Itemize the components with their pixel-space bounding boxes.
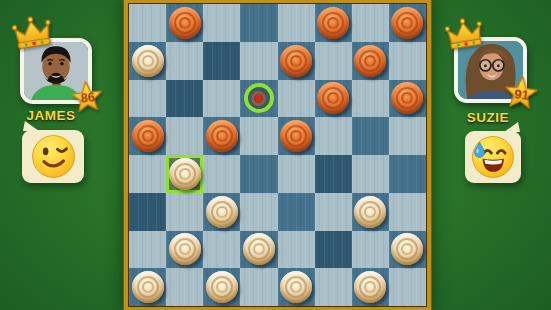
square-r4c3[interactable] [240,155,277,193]
square-r1c1[interactable] [166,42,203,80]
white-piece[interactable] [243,233,275,265]
crown-icon [441,14,489,54]
wink-emoji-icon [31,134,76,179]
white-piece[interactable] [169,158,201,190]
square-r7c5[interactable] [315,268,352,306]
square-r7c7[interactable] [389,268,426,306]
white-piece[interactable] [354,196,386,228]
square-r7c3[interactable] [240,268,277,306]
square-r6c1[interactable] [166,231,203,269]
sweat-smile-emoji-icon [471,135,515,179]
board-grid [128,3,427,307]
square-r0c5[interactable] [315,4,352,42]
square-r5c3[interactable] [240,193,277,231]
game-screen: 86 JAMES [0,0,551,310]
square-r4c5[interactable] [315,155,352,193]
square-r3c7[interactable] [389,117,426,155]
square-r5c5[interactable] [315,193,352,231]
orange-piece[interactable] [391,82,423,114]
square-r1c4[interactable] [278,42,315,80]
square-r0c1[interactable] [166,4,203,42]
square-r0c2[interactable] [203,4,240,42]
emote-bubble-right [465,131,521,183]
white-piece[interactable] [206,271,238,303]
square-r6c2[interactable] [203,231,240,269]
square-r0c0[interactable] [129,4,166,42]
square-r5c2[interactable] [203,193,240,231]
orange-piece[interactable] [280,120,312,152]
white-piece[interactable] [206,196,238,228]
square-r1c3[interactable] [240,42,277,80]
rating-value: 86 [80,91,95,106]
rating-star-badge: 91 [500,72,542,114]
square-r1c7[interactable] [389,42,426,80]
square-r2c1[interactable] [166,80,203,118]
crown-icon [7,12,57,55]
square-r1c2[interactable] [203,42,240,80]
rating-value: 91 [514,86,531,103]
square-r3c3[interactable] [240,117,277,155]
square-r3c2[interactable] [203,117,240,155]
square-r5c4[interactable] [278,193,315,231]
square-r7c1[interactable] [166,268,203,306]
square-r0c4[interactable] [278,4,315,42]
orange-piece[interactable] [391,7,423,39]
square-r7c4[interactable] [278,268,315,306]
square-r4c4[interactable] [278,155,315,193]
square-r6c6[interactable] [352,231,389,269]
square-r6c7[interactable] [389,231,426,269]
square-r5c0[interactable] [129,193,166,231]
square-r3c0[interactable] [129,117,166,155]
square-r0c6[interactable] [352,4,389,42]
white-piece[interactable] [354,271,386,303]
square-r7c2[interactable] [203,268,240,306]
white-piece[interactable] [280,271,312,303]
square-r0c7[interactable] [389,4,426,42]
orange-piece[interactable] [169,7,201,39]
square-r2c0[interactable] [129,80,166,118]
square-r1c0[interactable] [129,42,166,80]
white-piece[interactable] [132,271,164,303]
square-r7c6[interactable] [352,268,389,306]
square-r6c4[interactable] [278,231,315,269]
white-piece[interactable] [169,233,201,265]
square-r1c6[interactable] [352,42,389,80]
move-target-indicator[interactable] [244,83,274,113]
square-r2c2[interactable] [203,80,240,118]
square-r3c5[interactable] [315,117,352,155]
square-r6c5[interactable] [315,231,352,269]
square-r5c7[interactable] [389,193,426,231]
orange-piece[interactable] [354,45,386,77]
orange-piece[interactable] [280,45,312,77]
square-r5c6[interactable] [352,193,389,231]
orange-piece[interactable] [206,120,238,152]
square-r5c1[interactable] [166,193,203,231]
square-r7c0[interactable] [129,268,166,306]
white-piece[interactable] [132,45,164,77]
emote-bubble-left [22,130,84,183]
square-r4c0[interactable] [129,155,166,193]
square-r2c5[interactable] [315,80,352,118]
square-r2c6[interactable] [352,80,389,118]
square-r3c6[interactable] [352,117,389,155]
checkers-board [123,0,432,310]
square-r6c3[interactable] [240,231,277,269]
square-r6c0[interactable] [129,231,166,269]
square-r2c7[interactable] [389,80,426,118]
square-r4c1[interactable] [166,155,203,193]
square-r0c3[interactable] [240,4,277,42]
orange-piece[interactable] [317,82,349,114]
orange-piece[interactable] [317,7,349,39]
square-r4c6[interactable] [352,155,389,193]
square-r4c2[interactable] [203,155,240,193]
square-r2c4[interactable] [278,80,315,118]
orange-piece[interactable] [132,120,164,152]
player-name-right: SUZIE [443,110,533,125]
square-r3c1[interactable] [166,117,203,155]
white-piece[interactable] [391,233,423,265]
square-r4c7[interactable] [389,155,426,193]
square-r3c4[interactable] [278,117,315,155]
square-r2c3[interactable] [240,80,277,118]
rating-star-badge: 86 [67,77,107,117]
square-r1c5[interactable] [315,42,352,80]
